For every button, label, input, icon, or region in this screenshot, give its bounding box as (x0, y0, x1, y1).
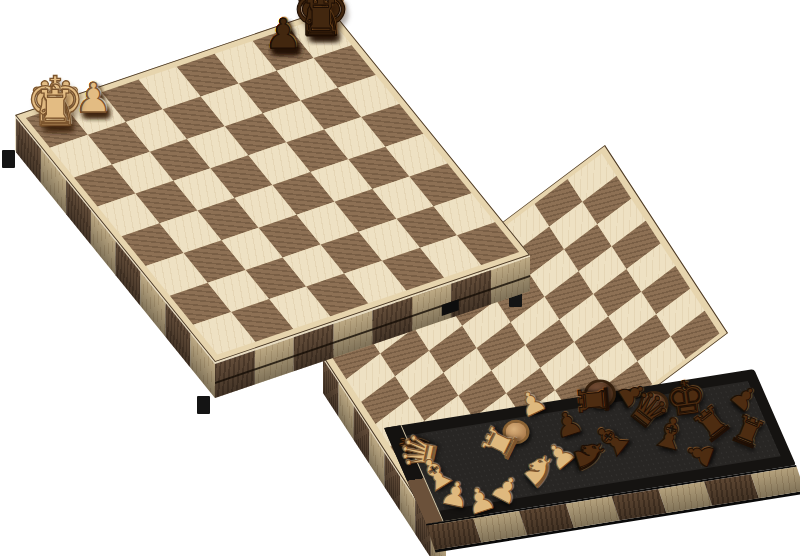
piece-felt-base (584, 380, 616, 409)
piece-felt-base (640, 391, 669, 417)
box-foot (197, 396, 210, 414)
chess-set-product-photo: ♛♝♟♟♟♜♞♟♟♞♜♟♝♞♛♝♚♜♟♟♜♟ ♜♞♝♛♚♝♞♜♟♟♟♟♟♟♟♟♟… (0, 0, 800, 556)
piece-felt-base (503, 420, 530, 444)
box-foot (2, 150, 15, 168)
